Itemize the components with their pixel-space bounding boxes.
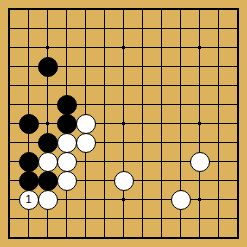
intersection[interactable] [0, 171, 19, 190]
intersection[interactable] [95, 228, 114, 247]
intersection[interactable] [133, 95, 152, 114]
intersection[interactable] [76, 57, 95, 76]
intersection[interactable] [228, 209, 247, 228]
intersection[interactable] [228, 0, 247, 19]
intersection[interactable] [57, 76, 76, 95]
intersection[interactable] [209, 209, 228, 228]
intersection[interactable]: 1 [19, 190, 38, 209]
intersection[interactable] [57, 209, 76, 228]
intersection[interactable] [114, 38, 133, 57]
intersection[interactable] [171, 152, 190, 171]
intersection[interactable] [95, 95, 114, 114]
intersection[interactable] [57, 0, 76, 19]
intersection[interactable] [57, 95, 76, 114]
intersection[interactable] [152, 19, 171, 38]
intersection[interactable] [190, 209, 209, 228]
intersection[interactable] [209, 152, 228, 171]
star-point [198, 46, 201, 49]
intersection[interactable] [19, 19, 38, 38]
white-stone [171, 190, 191, 210]
intersection[interactable] [190, 171, 209, 190]
black-stone [57, 95, 77, 115]
intersection[interactable] [190, 0, 209, 19]
intersection[interactable] [114, 190, 133, 209]
intersection[interactable] [133, 38, 152, 57]
intersection[interactable] [19, 133, 38, 152]
intersection[interactable] [133, 171, 152, 190]
intersection[interactable] [133, 133, 152, 152]
intersection[interactable] [190, 228, 209, 247]
intersection[interactable] [0, 57, 19, 76]
intersection[interactable] [0, 95, 19, 114]
black-stone [57, 114, 77, 134]
intersection[interactable] [0, 19, 19, 38]
white-stone [57, 171, 77, 191]
intersection[interactable] [19, 209, 38, 228]
intersection[interactable] [228, 228, 247, 247]
star-point [46, 46, 49, 49]
intersection[interactable] [190, 95, 209, 114]
intersection[interactable] [95, 152, 114, 171]
intersection[interactable] [228, 114, 247, 133]
white-stone [76, 133, 96, 153]
intersection[interactable] [0, 76, 19, 95]
intersection[interactable] [76, 38, 95, 57]
intersection[interactable] [228, 76, 247, 95]
intersection[interactable] [95, 171, 114, 190]
intersection[interactable] [133, 228, 152, 247]
intersection[interactable] [38, 209, 57, 228]
intersection[interactable] [228, 95, 247, 114]
intersection[interactable] [38, 114, 57, 133]
intersection[interactable] [38, 152, 57, 171]
intersection[interactable] [228, 171, 247, 190]
intersection[interactable] [19, 76, 38, 95]
intersection[interactable] [0, 152, 19, 171]
intersection[interactable] [209, 133, 228, 152]
intersection[interactable] [228, 152, 247, 171]
intersection[interactable] [209, 190, 228, 209]
intersection[interactable] [95, 190, 114, 209]
intersection[interactable] [76, 152, 95, 171]
intersection[interactable] [171, 0, 190, 19]
intersection[interactable] [38, 190, 57, 209]
intersection[interactable] [76, 19, 95, 38]
intersection[interactable] [190, 38, 209, 57]
intersection[interactable] [76, 133, 95, 152]
intersection[interactable] [171, 57, 190, 76]
intersection[interactable] [133, 76, 152, 95]
intersection[interactable] [171, 228, 190, 247]
intersection[interactable] [38, 19, 57, 38]
star-point [122, 122, 125, 125]
intersection[interactable] [38, 57, 57, 76]
intersection[interactable] [38, 38, 57, 57]
intersection[interactable] [95, 76, 114, 95]
intersection[interactable] [57, 190, 76, 209]
intersection[interactable] [190, 57, 209, 76]
black-stone [19, 171, 39, 191]
intersection[interactable] [19, 152, 38, 171]
intersection[interactable] [152, 95, 171, 114]
intersection[interactable] [133, 0, 152, 19]
intersection[interactable] [95, 38, 114, 57]
black-stone [19, 114, 39, 134]
intersection[interactable] [76, 209, 95, 228]
intersection[interactable] [171, 114, 190, 133]
star-point [122, 198, 125, 201]
intersection[interactable] [114, 95, 133, 114]
intersection[interactable] [0, 228, 19, 247]
intersection[interactable] [114, 209, 133, 228]
go-board: 1 [0, 0, 247, 247]
intersection[interactable] [38, 133, 57, 152]
intersection[interactable] [0, 38, 19, 57]
intersection[interactable] [171, 95, 190, 114]
intersection[interactable] [190, 152, 209, 171]
intersection[interactable] [190, 114, 209, 133]
intersection[interactable] [95, 209, 114, 228]
intersection[interactable] [133, 57, 152, 76]
white-stone: 1 [19, 190, 39, 210]
intersection[interactable] [114, 57, 133, 76]
intersection[interactable] [228, 133, 247, 152]
intersection[interactable] [0, 0, 19, 19]
intersection[interactable] [19, 171, 38, 190]
intersection[interactable] [0, 209, 19, 228]
intersection[interactable] [95, 57, 114, 76]
white-stone [57, 152, 77, 172]
intersection[interactable] [76, 95, 95, 114]
intersection[interactable] [19, 57, 38, 76]
intersection[interactable] [209, 171, 228, 190]
intersection[interactable] [19, 114, 38, 133]
white-stone [38, 190, 58, 210]
intersection[interactable] [209, 228, 228, 247]
intersection[interactable] [133, 19, 152, 38]
black-stone [38, 133, 58, 153]
white-stone [57, 133, 77, 153]
intersection[interactable] [114, 228, 133, 247]
intersection[interactable] [0, 133, 19, 152]
black-stone [38, 57, 58, 77]
black-stone [19, 152, 39, 172]
intersection[interactable] [171, 133, 190, 152]
intersection[interactable] [114, 76, 133, 95]
star-point [198, 122, 201, 125]
intersection[interactable] [38, 228, 57, 247]
intersection[interactable] [76, 171, 95, 190]
intersection[interactable] [152, 57, 171, 76]
star-point [122, 46, 125, 49]
intersection[interactable] [171, 76, 190, 95]
intersection[interactable] [228, 190, 247, 209]
intersection[interactable] [133, 114, 152, 133]
intersection[interactable] [38, 0, 57, 19]
intersection[interactable] [190, 76, 209, 95]
intersection[interactable] [152, 76, 171, 95]
intersection[interactable] [209, 114, 228, 133]
black-stone [38, 171, 58, 191]
intersection[interactable] [19, 0, 38, 19]
intersection[interactable] [114, 133, 133, 152]
intersection[interactable] [57, 114, 76, 133]
intersection[interactable] [19, 38, 38, 57]
intersection[interactable] [19, 228, 38, 247]
intersection[interactable] [76, 114, 95, 133]
intersection[interactable] [57, 152, 76, 171]
intersection[interactable] [57, 171, 76, 190]
intersection[interactable] [114, 114, 133, 133]
intersection[interactable] [152, 171, 171, 190]
intersection[interactable] [228, 38, 247, 57]
intersection[interactable] [133, 190, 152, 209]
intersection[interactable] [171, 19, 190, 38]
intersection[interactable] [76, 190, 95, 209]
intersection[interactable] [152, 133, 171, 152]
intersection[interactable] [38, 171, 57, 190]
intersection[interactable] [57, 19, 76, 38]
intersection[interactable] [57, 38, 76, 57]
intersection[interactable] [209, 95, 228, 114]
intersection[interactable] [152, 190, 171, 209]
intersection[interactable] [114, 0, 133, 19]
intersection[interactable] [57, 228, 76, 247]
intersection[interactable] [38, 95, 57, 114]
intersection[interactable] [114, 171, 133, 190]
intersection[interactable] [190, 190, 209, 209]
intersection[interactable] [171, 190, 190, 209]
intersection[interactable] [171, 171, 190, 190]
move-number-label: 1 [25, 194, 31, 205]
intersection[interactable] [152, 0, 171, 19]
star-point [46, 122, 49, 125]
intersection[interactable] [95, 133, 114, 152]
intersection[interactable] [133, 209, 152, 228]
intersection[interactable] [0, 190, 19, 209]
intersection[interactable] [95, 114, 114, 133]
white-stone [190, 152, 210, 172]
intersection[interactable] [190, 133, 209, 152]
intersection[interactable] [76, 228, 95, 247]
intersection[interactable] [171, 38, 190, 57]
intersection[interactable] [152, 152, 171, 171]
intersection[interactable] [0, 114, 19, 133]
intersection[interactable] [133, 152, 152, 171]
intersection[interactable] [76, 76, 95, 95]
white-stone [114, 171, 134, 191]
intersection[interactable] [171, 209, 190, 228]
intersection[interactable] [114, 152, 133, 171]
white-stone [76, 114, 96, 134]
board-intersections: 1 [0, 0, 247, 247]
intersection[interactable] [209, 38, 228, 57]
intersection[interactable] [114, 19, 133, 38]
intersection[interactable] [228, 57, 247, 76]
intersection[interactable] [152, 228, 171, 247]
intersection[interactable] [95, 0, 114, 19]
intersection[interactable] [152, 38, 171, 57]
intersection[interactable] [209, 76, 228, 95]
star-point [198, 198, 201, 201]
white-stone [38, 152, 58, 172]
intersection[interactable] [57, 57, 76, 76]
intersection[interactable] [152, 209, 171, 228]
intersection[interactable] [38, 76, 57, 95]
intersection[interactable] [19, 95, 38, 114]
intersection[interactable] [190, 19, 209, 38]
intersection[interactable] [76, 0, 95, 19]
intersection[interactable] [95, 19, 114, 38]
intersection[interactable] [209, 57, 228, 76]
intersection[interactable] [57, 133, 76, 152]
intersection[interactable] [209, 0, 228, 19]
intersection[interactable] [152, 114, 171, 133]
intersection[interactable] [209, 19, 228, 38]
intersection[interactable] [228, 19, 247, 38]
